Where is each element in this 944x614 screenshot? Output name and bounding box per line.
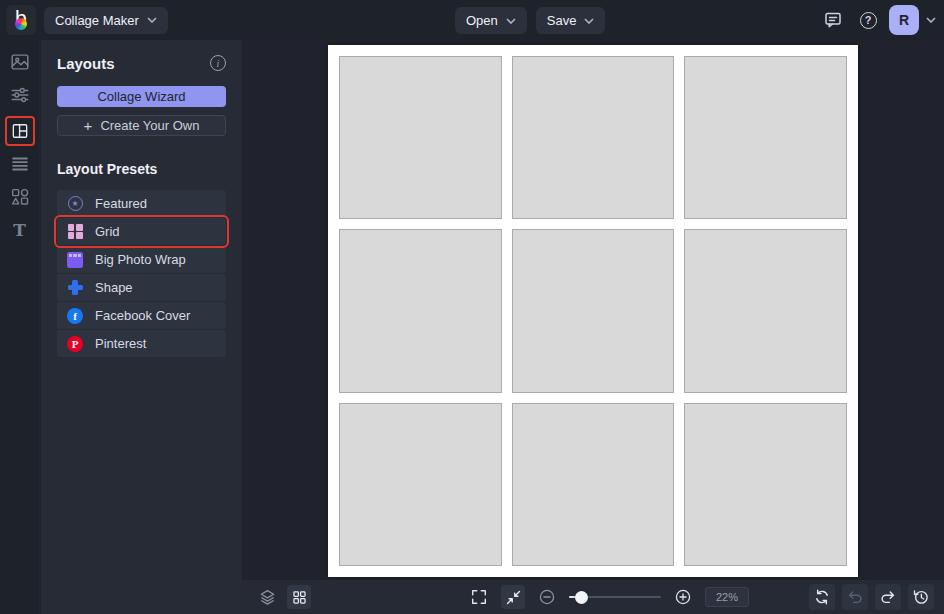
- collage-canvas: [328, 45, 858, 577]
- account-avatar[interactable]: R: [889, 5, 919, 35]
- preset-label: Featured: [95, 196, 147, 211]
- logo-color-wheel-icon: [15, 18, 27, 30]
- preset-label: Grid: [95, 224, 120, 239]
- fit-screen-icon: [505, 589, 522, 606]
- preset-item-pinterest[interactable]: P Pinterest: [57, 330, 226, 357]
- bottom-bar: 22%: [242, 580, 944, 614]
- collage-cell[interactable]: [512, 56, 675, 219]
- layouts-panel: Layouts i Collage Wizard + Create Your O…: [41, 40, 242, 614]
- presets-heading: Layout Presets: [57, 161, 226, 177]
- create-your-own-button[interactable]: + Create Your Own: [57, 115, 226, 136]
- plus-circle-icon: [674, 588, 692, 606]
- collage-wizard-label: Collage Wizard: [97, 89, 185, 104]
- collage-grid-3x3: [328, 45, 858, 577]
- undo-icon: [846, 588, 864, 606]
- collage-cell[interactable]: [684, 229, 847, 392]
- open-button[interactable]: Open: [455, 7, 527, 34]
- history-button[interactable]: [908, 584, 934, 610]
- fit-to-screen-button[interactable]: [501, 585, 525, 609]
- pinterest-icon: P: [67, 336, 83, 352]
- create-your-own-label: Create Your Own: [100, 118, 199, 133]
- tool-rail: T: [0, 40, 40, 614]
- adjustments-icon: [9, 84, 31, 106]
- info-icon[interactable]: i: [210, 55, 226, 71]
- app-title: Collage Maker: [55, 13, 139, 28]
- chevron-down-icon: [584, 18, 594, 24]
- editor-stage: [242, 40, 944, 580]
- preset-label: Shape: [95, 280, 133, 295]
- preset-item-big-photo-wrap[interactable]: Big Photo Wrap: [57, 246, 226, 273]
- rail-item-layouts[interactable]: [5, 116, 35, 146]
- open-label: Open: [466, 13, 498, 28]
- graphics-shapes-icon: [9, 186, 31, 208]
- collage-cell[interactable]: [512, 229, 675, 392]
- featured-badge-icon: ★: [67, 196, 83, 212]
- feedback-button[interactable]: [819, 6, 847, 34]
- preset-label: Pinterest: [95, 336, 146, 351]
- top-right-controls: ? R: [819, 0, 936, 40]
- preset-item-grid[interactable]: Grid: [57, 218, 226, 245]
- redo-button[interactable]: [875, 584, 901, 610]
- preset-item-featured[interactable]: ★ Featured: [57, 190, 226, 217]
- layers-icon: [258, 588, 277, 607]
- collage-cell[interactable]: [684, 56, 847, 219]
- collage-wizard-button[interactable]: Collage Wizard: [57, 86, 226, 107]
- rail-item-edit[interactable]: [5, 83, 35, 107]
- panel-title: Layouts: [57, 55, 115, 72]
- preset-label: Big Photo Wrap: [95, 252, 186, 267]
- app-switcher-button[interactable]: Collage Maker: [44, 7, 168, 34]
- befunky-logo[interactable]: b: [6, 5, 36, 35]
- history-clock-icon: [912, 588, 930, 606]
- rail-item-image-manager[interactable]: [5, 50, 35, 74]
- account-chevron-down-icon[interactable]: [926, 17, 936, 23]
- save-label: Save: [547, 13, 577, 28]
- facebook-icon: f: [67, 308, 83, 324]
- collage-cell[interactable]: [339, 56, 502, 219]
- preset-list: ★ Featured Grid Big Photo Wrap Shape f: [57, 190, 226, 357]
- grid-view-icon: [291, 589, 308, 606]
- zoom-slider[interactable]: [569, 589, 661, 605]
- layers-button[interactable]: [255, 585, 279, 609]
- preset-item-facebook-cover[interactable]: f Facebook Cover: [57, 302, 226, 329]
- grid-view-button[interactable]: [287, 585, 311, 609]
- collage-cell[interactable]: [339, 403, 502, 566]
- help-button[interactable]: ?: [854, 6, 882, 34]
- zoom-in-button[interactable]: [671, 585, 695, 609]
- grid-2x2-icon: [67, 224, 83, 240]
- image-icon: [9, 51, 31, 73]
- rail-item-templates[interactable]: [5, 152, 35, 176]
- collage-cell[interactable]: [512, 403, 675, 566]
- rail-item-graphics[interactable]: [5, 185, 35, 209]
- rail-item-text[interactable]: T: [5, 218, 35, 242]
- fullscreen-button[interactable]: [467, 585, 491, 609]
- collage-cell[interactable]: [684, 403, 847, 566]
- redo-icon: [879, 588, 897, 606]
- preset-label: Facebook Cover: [95, 308, 190, 323]
- top-bar: b Collage Maker Open Save ? R: [0, 0, 944, 40]
- file-actions: Open Save: [455, 7, 605, 34]
- question-mark-icon: ?: [860, 12, 877, 29]
- save-button[interactable]: Save: [536, 7, 606, 34]
- plus-icon: +: [84, 118, 93, 133]
- undo-button[interactable]: [842, 584, 868, 610]
- big-photo-wrap-icon: [67, 252, 83, 268]
- preset-item-shape[interactable]: Shape: [57, 274, 226, 301]
- chat-bubble-icon: [823, 10, 843, 30]
- zoom-level-value[interactable]: 22%: [705, 587, 749, 607]
- zoom-slider-knob[interactable]: [575, 591, 588, 604]
- sync-icon: [813, 588, 831, 606]
- avatar-initial: R: [899, 12, 909, 28]
- minus-circle-icon: [538, 588, 556, 606]
- templates-icon: [9, 153, 31, 175]
- shape-plus-icon: [67, 280, 83, 296]
- expand-icon: [470, 588, 488, 606]
- reset-button[interactable]: [809, 584, 835, 610]
- layouts-icon: [10, 121, 30, 141]
- zoom-out-button[interactable]: [535, 585, 559, 609]
- chevron-down-icon: [147, 17, 157, 23]
- text-icon: T: [13, 222, 26, 239]
- collage-cell[interactable]: [339, 229, 502, 392]
- chevron-down-icon: [506, 18, 516, 24]
